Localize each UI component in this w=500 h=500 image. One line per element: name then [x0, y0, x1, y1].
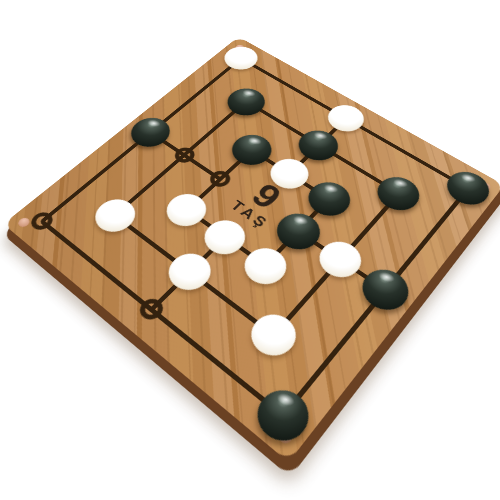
morris-board: 9 TAŞ	[3, 37, 500, 462]
corner-dot-left	[16, 216, 32, 229]
product-photo-canvas: 9 TAŞ	[0, 0, 500, 500]
